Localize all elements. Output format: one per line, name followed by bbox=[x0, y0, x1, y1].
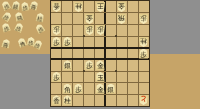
piece-kanji: 金 bbox=[97, 62, 104, 70]
piece-kanji: 香 bbox=[53, 2, 60, 10]
board-piece[interactable]: 王 bbox=[96, 2, 105, 12]
board-piece[interactable]: 歩 bbox=[52, 37, 61, 47]
board-piece[interactable]: 金 bbox=[96, 84, 105, 94]
board-piece[interactable]: 歩 bbox=[52, 25, 61, 35]
board-grid-line bbox=[51, 24, 149, 25]
piece-kanji: 歩 bbox=[15, 24, 23, 32]
board-grid-line bbox=[94, 1, 95, 106]
board-piece[interactable]: 金 bbox=[117, 2, 126, 12]
piece-kanji: 王 bbox=[97, 2, 104, 10]
tray-piece[interactable]: 歩 bbox=[0, 0, 11, 11]
board-grid-line bbox=[127, 1, 128, 106]
board-piece[interactable]: 歩 bbox=[63, 37, 72, 47]
board-piece[interactable]: 桂 bbox=[139, 37, 148, 47]
piece-kanji: 香 bbox=[2, 41, 9, 49]
piece-kanji: 歩 bbox=[36, 25, 44, 34]
piece-kanji: 飛 bbox=[16, 14, 23, 22]
board-grid-line bbox=[138, 1, 139, 106]
piece-kanji: 金 bbox=[97, 86, 104, 94]
piece-kanji: 飛 bbox=[118, 14, 125, 22]
piece-kanji: 歩 bbox=[2, 2, 10, 10]
piece-kanji: 香 bbox=[30, 2, 37, 10]
tray-piece[interactable]: 歩 bbox=[34, 23, 45, 35]
piece-kanji: 銀 bbox=[12, 3, 19, 11]
piece-kanji: 桂 bbox=[75, 2, 82, 10]
piece-kanji: 歩 bbox=[28, 39, 34, 46]
board-piece[interactable]: 玉 bbox=[96, 72, 105, 82]
tray-piece[interactable]: 銀 bbox=[11, 0, 21, 10]
piece-kanji: 歩 bbox=[75, 86, 82, 94]
board-piece[interactable]: 角 bbox=[63, 84, 72, 94]
board-grid-line bbox=[51, 71, 149, 72]
piece-kanji: 角 bbox=[18, 39, 26, 47]
board-piece[interactable]: 歩 bbox=[96, 25, 105, 35]
board-grid-line bbox=[72, 1, 73, 106]
star-point bbox=[83, 35, 85, 37]
board-piece[interactable]: 歩 bbox=[139, 49, 148, 59]
piece-kanji: と bbox=[140, 95, 147, 103]
board-piece[interactable]: 香 bbox=[52, 95, 61, 105]
board-piece[interactable]: 金 bbox=[96, 60, 105, 70]
tray-piece[interactable]: 歩 bbox=[14, 22, 25, 33]
board-grid-line bbox=[51, 47, 149, 49]
piece-kanji: 金 bbox=[86, 14, 93, 22]
piece-kanji: 桂 bbox=[36, 15, 43, 23]
star-point bbox=[83, 70, 85, 72]
board-grid-line bbox=[51, 82, 149, 83]
piece-kanji: 銀 bbox=[108, 86, 115, 94]
board-grid-line bbox=[61, 1, 62, 106]
board-grid-line bbox=[51, 36, 149, 37]
tray-piece[interactable]: 香 bbox=[29, 0, 39, 11]
tray-piece[interactable]: 飛 bbox=[14, 11, 24, 22]
tray-piece[interactable]: 角 bbox=[17, 37, 28, 48]
shogi-board: 香桂王金金飛歩歩歩歩桂歩歩歩銀歩金歩玉角歩金銀香桂と bbox=[50, 0, 150, 107]
board-piece[interactable]: と bbox=[139, 95, 148, 105]
board-piece[interactable]: 銀 bbox=[63, 60, 72, 70]
piece-kanji: 桂 bbox=[64, 97, 71, 105]
board-piece[interactable]: 飛 bbox=[117, 14, 126, 24]
board-grid-line bbox=[116, 1, 117, 106]
board-piece[interactable]: 桂 bbox=[63, 95, 72, 105]
piece-kanji: 歩 bbox=[22, 4, 29, 11]
sente-captured-pieces-tray bbox=[150, 54, 200, 109]
piece-kanji: 歩 bbox=[86, 25, 93, 33]
board-piece[interactable]: 歩 bbox=[139, 14, 148, 24]
board-piece[interactable]: 銀 bbox=[106, 84, 115, 94]
board-grid-line bbox=[83, 1, 84, 106]
piece-kanji: 歩 bbox=[140, 51, 147, 59]
shogi-app: 歩銀歩香歩飛桂歩歩歩香角歩歩 香桂王金金飛歩歩歩歩桂歩歩歩銀歩金歩玉角歩金銀香桂… bbox=[0, 0, 200, 109]
piece-kanji: 歩 bbox=[33, 41, 41, 50]
board-piece[interactable]: 桂 bbox=[74, 2, 83, 12]
piece-kanji: 香 bbox=[53, 97, 60, 105]
tray-piece[interactable]: 歩 bbox=[1, 22, 11, 33]
board-grid-line bbox=[51, 58, 149, 60]
board-piece[interactable]: 香 bbox=[52, 2, 61, 12]
tray-piece[interactable]: 香 bbox=[1, 38, 11, 49]
tray-piece[interactable]: 歩 bbox=[20, 1, 29, 11]
board-piece[interactable]: 歩 bbox=[85, 25, 94, 35]
tray-piece[interactable]: 桂 bbox=[35, 12, 44, 22]
piece-kanji: 歩 bbox=[140, 14, 147, 22]
piece-kanji: 歩 bbox=[97, 25, 104, 33]
gote-captured-pieces-tray: 歩銀歩香歩飛桂歩歩歩香角歩歩 bbox=[0, 0, 50, 54]
piece-kanji: 銀 bbox=[64, 62, 71, 70]
board-grid-line bbox=[51, 12, 149, 13]
piece-kanji: 歩 bbox=[3, 24, 10, 32]
piece-kanji: 歩 bbox=[53, 25, 60, 33]
tray-piece[interactable]: 歩 bbox=[1, 11, 13, 23]
board-piece[interactable]: 歩 bbox=[85, 60, 94, 70]
piece-kanji: 玉 bbox=[97, 74, 104, 82]
piece-kanji: 角 bbox=[64, 86, 71, 94]
piece-kanji: 歩 bbox=[2, 13, 10, 22]
board-grid-line bbox=[51, 94, 149, 95]
board-grid-line bbox=[104, 1, 106, 106]
board-piece[interactable]: 歩 bbox=[74, 84, 83, 94]
piece-kanji: 歩 bbox=[53, 74, 60, 82]
piece-kanji: 歩 bbox=[53, 39, 60, 47]
piece-kanji: 歩 bbox=[64, 39, 71, 47]
board-piece[interactable]: 歩 bbox=[52, 72, 61, 82]
piece-kanji: 金 bbox=[118, 2, 125, 10]
piece-kanji: 桂 bbox=[140, 37, 147, 45]
piece-kanji: 歩 bbox=[86, 62, 93, 70]
board-piece[interactable]: 金 bbox=[85, 14, 94, 24]
